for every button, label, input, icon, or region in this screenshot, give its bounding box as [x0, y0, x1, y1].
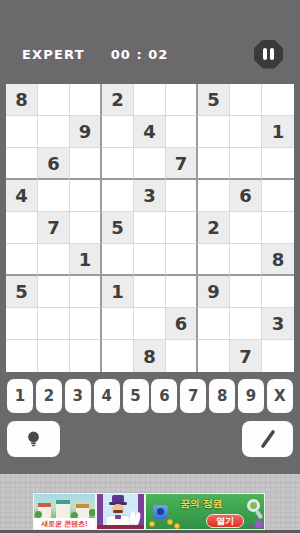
sudoku-cell-r4c1[interactable]: 4: [6, 180, 38, 212]
ad-open-button[interactable]: 열기: [206, 514, 244, 528]
sudoku-cell-r6c3[interactable]: 1: [70, 244, 102, 276]
sudoku-cell-r7c8[interactable]: [230, 276, 262, 308]
tree-icon: [89, 509, 96, 516]
sudoku-cell-r4c8[interactable]: 6: [230, 180, 262, 212]
sudoku-cell-r2c9[interactable]: 1: [262, 116, 294, 148]
sudoku-cell-r3c4[interactable]: [102, 148, 134, 180]
sudoku-cell-r8c1[interactable]: [6, 308, 38, 340]
sudoku-cell-r1c5[interactable]: [134, 84, 166, 116]
sudoku-cell-r2c5[interactable]: 4: [134, 116, 166, 148]
sudoku-cell-r2c1[interactable]: [6, 116, 38, 148]
sudoku-cell-r1c6[interactable]: [166, 84, 198, 116]
sudoku-cell-r9c7[interactable]: [198, 340, 230, 372]
sudoku-cell-r2c4[interactable]: [102, 116, 134, 148]
top-bar: EXPERT 00 : 02: [0, 34, 300, 74]
sudoku-cell-r6c4[interactable]: [102, 244, 134, 276]
pause-icon: [263, 48, 274, 60]
sudoku-cell-r4c3[interactable]: [70, 180, 102, 212]
sudoku-cell-r3c6[interactable]: 7: [166, 148, 198, 180]
key-3[interactable]: 3: [65, 379, 91, 413]
ad-panel-town[interactable]: 새로운 콘텐츠!: [33, 493, 96, 530]
sudoku-cell-r2c7[interactable]: [198, 116, 230, 148]
key-erase[interactable]: X: [267, 379, 293, 413]
coin-icon: [174, 523, 180, 529]
sudoku-cell-r7c5[interactable]: [134, 276, 166, 308]
sudoku-cell-r6c2[interactable]: [38, 244, 70, 276]
sudoku-cell-r5c4[interactable]: 5: [102, 212, 134, 244]
sudoku-cell-r3c2[interactable]: 6: [38, 148, 70, 180]
sudoku-cell-r9c6[interactable]: [166, 340, 198, 372]
sudoku-cell-r5c6[interactable]: [166, 212, 198, 244]
sudoku-cell-r8c9[interactable]: 3: [262, 308, 294, 340]
number-pad: 123456789X: [7, 379, 293, 413]
sudoku-cell-r9c9[interactable]: [262, 340, 294, 372]
sudoku-cell-r8c6[interactable]: 6: [166, 308, 198, 340]
sudoku-cell-r3c7[interactable]: [198, 148, 230, 180]
sudoku-cell-r9c3[interactable]: [70, 340, 102, 372]
blue-cube-icon: [153, 505, 168, 519]
ad-town-scene: [34, 494, 95, 518]
timer: 00 : 02: [111, 47, 168, 62]
key-7[interactable]: 7: [180, 379, 206, 413]
ad-game-logo: 꿈의 정원: [180, 497, 223, 511]
sudoku-cell-r4c5[interactable]: 3: [134, 180, 166, 212]
sudoku-cell-r9c1[interactable]: [6, 340, 38, 372]
sudoku-cell-r7c4[interactable]: 1: [102, 276, 134, 308]
sudoku-cell-r6c7[interactable]: [198, 244, 230, 276]
ad-panel-garden[interactable]: 꿈의 정원 열기: [145, 493, 265, 530]
magician-mustache: [113, 510, 123, 513]
sudoku-cell-r5c2[interactable]: 7: [38, 212, 70, 244]
sudoku-cell-r8c5[interactable]: [134, 308, 166, 340]
sudoku-cell-r3c1[interactable]: [6, 148, 38, 180]
flower-icon: [255, 520, 263, 528]
sudoku-cell-r7c7[interactable]: 9: [198, 276, 230, 308]
coin-icon: [167, 519, 173, 525]
key-1[interactable]: 1: [7, 379, 33, 413]
sudoku-cell-r5c9[interactable]: [262, 212, 294, 244]
key-6[interactable]: 6: [151, 379, 177, 413]
sudoku-cell-r5c7[interactable]: 2: [198, 212, 230, 244]
house-icon: [56, 500, 70, 518]
sudoku-cell-r7c3[interactable]: [70, 276, 102, 308]
sudoku-cell-r4c7[interactable]: [198, 180, 230, 212]
sudoku-cell-r3c9[interactable]: [262, 148, 294, 180]
sudoku-cell-r8c7[interactable]: [198, 308, 230, 340]
ad-panel-magician[interactable]: [96, 493, 145, 530]
coin-icon: [149, 521, 155, 527]
sudoku-board: 82594167436752185196387: [6, 84, 294, 372]
key-4[interactable]: 4: [94, 379, 120, 413]
key-2[interactable]: 2: [36, 379, 62, 413]
tree-icon: [35, 511, 42, 518]
sudoku-cell-r7c6[interactable]: [166, 276, 198, 308]
sudoku-cell-r6c6[interactable]: [166, 244, 198, 276]
sudoku-cell-r6c9[interactable]: 8: [262, 244, 294, 276]
hint-button[interactable]: [7, 421, 60, 457]
sudoku-cell-r8c8[interactable]: [230, 308, 262, 340]
sudoku-cell-r1c4[interactable]: 2: [102, 84, 134, 116]
sudoku-cell-r9c4[interactable]: [102, 340, 134, 372]
sudoku-cell-r6c8[interactable]: [230, 244, 262, 276]
stage-floor: [97, 525, 144, 529]
key-8[interactable]: 8: [209, 379, 235, 413]
key-5[interactable]: 5: [123, 379, 149, 413]
sudoku-cell-r2c6[interactable]: [166, 116, 198, 148]
pencil-icon: [258, 429, 278, 449]
sudoku-cell-r7c9[interactable]: [262, 276, 294, 308]
sudoku-cell-r8c4[interactable]: [102, 308, 134, 340]
sudoku-cell-r4c4[interactable]: [102, 180, 134, 212]
sudoku-cell-r9c5[interactable]: 8: [134, 340, 166, 372]
sudoku-cell-r7c2[interactable]: [38, 276, 70, 308]
difficulty-label: EXPERT: [22, 47, 85, 62]
notes-button[interactable]: [242, 421, 293, 457]
ad-banner[interactable]: 새로운 콘텐츠! 꿈의 정원 열기: [33, 493, 265, 530]
sudoku-cell-r8c3[interactable]: [70, 308, 102, 340]
sudoku-cell-r5c1[interactable]: [6, 212, 38, 244]
sudoku-cell-r1c7[interactable]: 5: [198, 84, 230, 116]
sudoku-cell-r3c8[interactable]: [230, 148, 262, 180]
lightbulb-icon: [26, 431, 41, 448]
sudoku-cell-r4c6[interactable]: [166, 180, 198, 212]
sudoku-cell-r5c5[interactable]: [134, 212, 166, 244]
sudoku-cell-r8c2[interactable]: [38, 308, 70, 340]
sudoku-cell-r1c8[interactable]: [230, 84, 262, 116]
sudoku-cell-r2c2[interactable]: [38, 116, 70, 148]
sudoku-app-screen: EXPERT 00 : 02 82594167436752185196387 1…: [0, 0, 300, 533]
ad-caption: 새로운 콘텐츠!: [34, 518, 95, 529]
magician-bowtie: [115, 515, 121, 519]
sudoku-cell-r9c2[interactable]: [38, 340, 70, 372]
sudoku-cell-r1c3[interactable]: [70, 84, 102, 116]
sudoku-cell-r4c2[interactable]: [38, 180, 70, 212]
key-9[interactable]: 9: [238, 379, 264, 413]
sudoku-cell-r5c8[interactable]: [230, 212, 262, 244]
sudoku-cell-r6c1[interactable]: [6, 244, 38, 276]
sudoku-cell-r2c8[interactable]: [230, 116, 262, 148]
sudoku-cell-r9c8[interactable]: 7: [230, 340, 262, 372]
sudoku-cell-r1c1[interactable]: 8: [6, 84, 38, 116]
pause-button[interactable]: [254, 40, 283, 69]
sudoku-cell-r2c3[interactable]: 9: [70, 116, 102, 148]
sudoku-cell-r7c1[interactable]: 5: [6, 276, 38, 308]
sudoku-cell-r3c3[interactable]: [70, 148, 102, 180]
sudoku-cell-r5c3[interactable]: [70, 212, 102, 244]
sudoku-cell-r3c5[interactable]: [134, 148, 166, 180]
sudoku-cell-r4c9[interactable]: [262, 180, 294, 212]
sudoku-cell-r1c9[interactable]: [262, 84, 294, 116]
sudoku-cell-r6c5[interactable]: [134, 244, 166, 276]
magnifier-handle: [255, 510, 263, 520]
sudoku-cell-r1c2[interactable]: [38, 84, 70, 116]
